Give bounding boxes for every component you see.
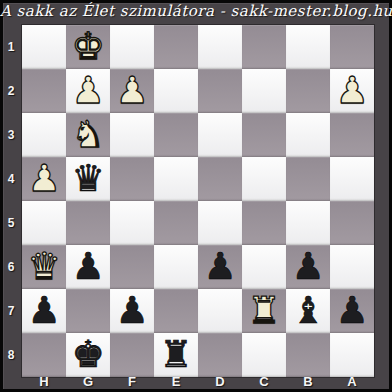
- square-g2[interactable]: ♟: [66, 69, 110, 113]
- square-b6[interactable]: ♟: [286, 245, 330, 289]
- piece-black-rook: ♜: [159, 333, 192, 377]
- square-c1[interactable]: [242, 25, 286, 69]
- square-b1[interactable]: [286, 25, 330, 69]
- square-h2[interactable]: [22, 69, 66, 113]
- square-g7[interactable]: [66, 289, 110, 333]
- square-c3[interactable]: [242, 113, 286, 157]
- square-h1[interactable]: [22, 25, 66, 69]
- square-d1[interactable]: [198, 25, 242, 69]
- square-f6[interactable]: [110, 245, 154, 289]
- square-f7[interactable]: ♟: [110, 289, 154, 333]
- square-c6[interactable]: [242, 245, 286, 289]
- piece-white-queen: ♛: [27, 245, 60, 289]
- square-g3[interactable]: ♞: [66, 113, 110, 157]
- square-b5[interactable]: [286, 201, 330, 245]
- piece-black-queen: ♛: [71, 157, 104, 201]
- rank-label-2: 2: [0, 69, 22, 113]
- square-g5[interactable]: [66, 201, 110, 245]
- square-e1[interactable]: [154, 25, 198, 69]
- square-g6[interactable]: ♟: [66, 245, 110, 289]
- square-d3[interactable]: [198, 113, 242, 157]
- square-c8[interactable]: [242, 333, 286, 377]
- square-c5[interactable]: [242, 201, 286, 245]
- square-a1[interactable]: [330, 25, 374, 69]
- square-d5[interactable]: [198, 201, 242, 245]
- square-g1[interactable]: ♚: [66, 25, 110, 69]
- square-e5[interactable]: [154, 201, 198, 245]
- rank-label-5: 5: [0, 201, 22, 245]
- piece-white-pawn: ♟: [115, 69, 148, 113]
- piece-black-bishop: ♝: [291, 289, 324, 333]
- piece-black-pawn: ♟: [203, 245, 236, 289]
- file-label-d: D: [198, 374, 242, 390]
- file-label-e: E: [154, 374, 198, 390]
- piece-black-king: ♚: [71, 333, 104, 377]
- file-label-g: G: [66, 374, 110, 390]
- square-h8[interactable]: [22, 333, 66, 377]
- square-e8[interactable]: ♜: [154, 333, 198, 377]
- square-c4[interactable]: [242, 157, 286, 201]
- square-h6[interactable]: ♛: [22, 245, 66, 289]
- piece-white-pawn: ♟: [71, 69, 104, 113]
- square-a5[interactable]: [330, 201, 374, 245]
- file-label-a: A: [330, 374, 374, 390]
- square-c2[interactable]: [242, 69, 286, 113]
- rank-label-1: 1: [0, 25, 22, 69]
- file-label-h: H: [22, 374, 66, 390]
- file-labels: HGFEDCBA: [22, 374, 374, 390]
- square-b8[interactable]: [286, 333, 330, 377]
- square-a8[interactable]: [330, 333, 374, 377]
- square-d2[interactable]: [198, 69, 242, 113]
- file-label-f: F: [110, 374, 154, 390]
- square-b4[interactable]: [286, 157, 330, 201]
- file-label-c: C: [242, 374, 286, 390]
- square-g8[interactable]: ♚: [66, 333, 110, 377]
- piece-white-knight: ♞: [71, 113, 104, 157]
- piece-black-pawn: ♟: [27, 289, 60, 333]
- rank-labels: 12345678: [0, 25, 22, 377]
- rank-label-7: 7: [0, 289, 22, 333]
- square-e3[interactable]: [154, 113, 198, 157]
- square-a4[interactable]: [330, 157, 374, 201]
- square-h4[interactable]: ♟: [22, 157, 66, 201]
- file-label-b: B: [286, 374, 330, 390]
- square-f1[interactable]: [110, 25, 154, 69]
- rank-label-6: 6: [0, 245, 22, 289]
- piece-black-pawn: ♟: [291, 245, 324, 289]
- square-g4[interactable]: ♛: [66, 157, 110, 201]
- piece-white-pawn: ♟: [335, 69, 368, 113]
- square-d7[interactable]: [198, 289, 242, 333]
- square-a3[interactable]: [330, 113, 374, 157]
- piece-black-pawn: ♟: [115, 289, 148, 333]
- square-f2[interactable]: ♟: [110, 69, 154, 113]
- square-d8[interactable]: [198, 333, 242, 377]
- square-d4[interactable]: [198, 157, 242, 201]
- square-c7[interactable]: ♜: [242, 289, 286, 333]
- square-f5[interactable]: [110, 201, 154, 245]
- piece-white-king: ♚: [71, 25, 104, 69]
- square-d6[interactable]: ♟: [198, 245, 242, 289]
- chess-diagram-frame: A sakk az Élet szimulátora - sakk-mester…: [0, 0, 392, 392]
- piece-black-pawn: ♟: [335, 289, 368, 333]
- square-h3[interactable]: [22, 113, 66, 157]
- square-e6[interactable]: [154, 245, 198, 289]
- square-a6[interactable]: [330, 245, 374, 289]
- square-b7[interactable]: ♝: [286, 289, 330, 333]
- rank-label-4: 4: [0, 157, 22, 201]
- rank-label-8: 8: [0, 333, 22, 377]
- chess-board: ♚♟♟♟♞♟♛♛♟♟♟♟♟♜♝♟♚♜: [22, 25, 374, 377]
- square-h7[interactable]: ♟: [22, 289, 66, 333]
- square-e4[interactable]: [154, 157, 198, 201]
- rank-label-3: 3: [0, 113, 22, 157]
- square-e2[interactable]: [154, 69, 198, 113]
- piece-black-pawn: ♟: [71, 245, 104, 289]
- square-f4[interactable]: [110, 157, 154, 201]
- square-a7[interactable]: ♟: [330, 289, 374, 333]
- square-h5[interactable]: [22, 201, 66, 245]
- piece-white-pawn: ♟: [27, 157, 60, 201]
- square-f3[interactable]: [110, 113, 154, 157]
- piece-white-rook: ♜: [247, 289, 280, 333]
- square-b3[interactable]: [286, 113, 330, 157]
- square-e7[interactable]: [154, 289, 198, 333]
- page-title: A sakk az Élet szimulátora - sakk-mester…: [0, 2, 392, 23]
- square-b2[interactable]: [286, 69, 330, 113]
- square-f8[interactable]: [110, 333, 154, 377]
- square-a2[interactable]: ♟: [330, 69, 374, 113]
